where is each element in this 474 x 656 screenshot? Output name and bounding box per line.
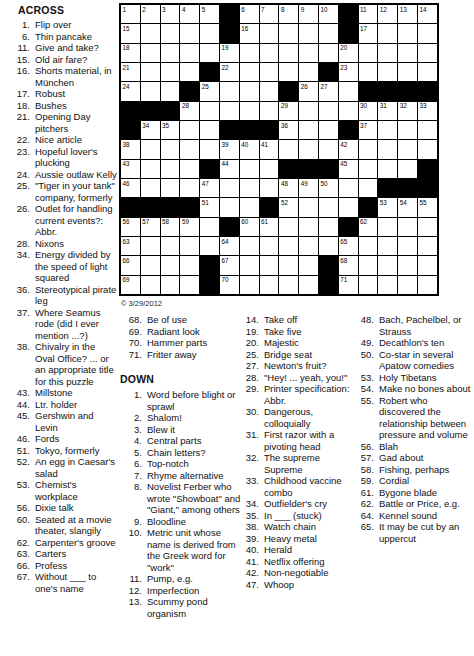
grid-cell-r10c13[interactable] xyxy=(359,179,378,197)
grid-cell-r9c2[interactable] xyxy=(141,160,160,178)
grid-cell-r6c1-black xyxy=(121,102,140,120)
grid-cell-r5c3[interactable] xyxy=(161,82,180,100)
grid-cell-r4c14[interactable] xyxy=(378,63,397,81)
grid-cell-r14c10[interactable] xyxy=(299,256,318,274)
clue-number: 7. xyxy=(120,470,142,482)
grid-cell-r13c10[interactable] xyxy=(299,237,318,255)
grid-cell-r2c8[interactable] xyxy=(260,24,279,42)
clue-text: Opening Day pitchers xyxy=(35,111,117,134)
grid-cell-r5c13-black xyxy=(359,82,378,100)
clue-number: 22. xyxy=(6,134,30,146)
clue-down-20: 20.Majestic xyxy=(243,337,361,349)
clue-number: 62. xyxy=(6,537,30,549)
grid-cell-r12c4[interactable]: 59 xyxy=(180,218,199,236)
grid-cell-r3c16[interactable] xyxy=(418,44,437,62)
grid-cell-r10c5[interactable]: 47 xyxy=(200,179,219,197)
grid-cell-r9c6[interactable]: 44 xyxy=(220,160,239,178)
grid-cell-r5c11[interactable]: 27 xyxy=(319,82,338,100)
grid-cell-r6c11[interactable] xyxy=(319,102,338,120)
clue-across-63: 63.Carters xyxy=(6,548,118,560)
clue-text: Flip over xyxy=(35,19,117,31)
clue-down-61: 61.Bygone blade xyxy=(359,487,473,499)
clue-down-35: 35.In ___ (stuck) xyxy=(243,510,361,522)
grid-cell-r2c16[interactable] xyxy=(418,24,437,42)
grid-cell-r12c11[interactable] xyxy=(319,218,338,236)
grid-cell-r6c12[interactable] xyxy=(339,102,358,120)
grid-cell-r2c9[interactable] xyxy=(279,24,298,42)
grid-cell-r3c2[interactable] xyxy=(141,44,160,62)
clue-text: Bach, Pachelbel, or Strauss xyxy=(379,314,472,337)
clue-down-49: 49.Decathlon's ten xyxy=(359,337,473,349)
grid-cell-r6c6[interactable] xyxy=(220,102,239,120)
grid-cell-r6c13[interactable]: 30 xyxy=(359,102,378,120)
clue-text: First razor with a pivoting head xyxy=(264,429,359,452)
cell-number: 62 xyxy=(360,218,367,225)
grid-cell-r13c3[interactable] xyxy=(161,237,180,255)
clue-number: 19. xyxy=(243,326,259,338)
clue-down-48: 48.Bach, Pachelbel, or Strauss xyxy=(359,314,473,337)
grid-cell-r1c14[interactable]: 12 xyxy=(378,5,397,23)
clue-number: 24. xyxy=(6,169,30,181)
across-clues-column: ACROSS 1.Flip over6.Thin pancake11.Give … xyxy=(6,4,118,594)
clue-down-5: 5.Chain letters? xyxy=(120,447,244,459)
clue-down-7: 7.Rhyme alternative xyxy=(120,470,244,482)
grid-cell-r15c15[interactable] xyxy=(398,276,417,294)
grid-cell-r3c6[interactable]: 19 xyxy=(220,44,239,62)
clue-down-58: 58.Fishing, perhaps xyxy=(359,464,473,476)
grid-cell-r4c15[interactable] xyxy=(398,63,417,81)
grid-cell-r9c9-black xyxy=(279,160,298,178)
grid-cell-r14c3[interactable] xyxy=(161,256,180,274)
cell-number: 8 xyxy=(281,6,285,13)
grid-cell-r1c10[interactable]: 9 xyxy=(299,5,318,23)
grid-cell-r4c13[interactable] xyxy=(359,63,378,81)
grid-cell-r14c6[interactable]: 67 xyxy=(220,256,239,274)
clue-text: Fords xyxy=(35,433,117,445)
grid-cell-r15c8[interactable] xyxy=(260,276,279,294)
grid-cell-r9c14[interactable] xyxy=(378,160,397,178)
grid-cell-r12c13[interactable]: 62 xyxy=(359,218,378,236)
clue-across-66: 66.Profess xyxy=(6,560,118,572)
clue-number: 20. xyxy=(243,337,259,349)
grid-cell-r9c8[interactable] xyxy=(260,160,279,178)
clue-text: "Tiger in your tank" company, formerly xyxy=(35,180,117,203)
clue-number: 64. xyxy=(359,510,374,522)
grid-cell-r13c6[interactable]: 64 xyxy=(220,237,239,255)
grid-cell-r9c13[interactable] xyxy=(359,160,378,178)
grid-cell-r10c9[interactable]: 48 xyxy=(279,179,298,197)
grid-cell-r8c13[interactable] xyxy=(359,140,378,158)
clue-down-57: 57.Gad about xyxy=(359,452,473,464)
grid-cell-r15c7[interactable] xyxy=(240,276,259,294)
grid-cell-r2c14[interactable] xyxy=(378,24,397,42)
grid-cell-r8c14[interactable] xyxy=(378,140,397,158)
grid-cell-r3c9[interactable] xyxy=(279,44,298,62)
grid-cell-r7c5[interactable] xyxy=(200,121,219,139)
grid-cell-r4c1[interactable]: 21 xyxy=(121,63,140,81)
clue-number: 9. xyxy=(120,516,142,528)
grid-cell-r5c5[interactable]: 25 xyxy=(200,82,219,100)
grid-cell-r12c7[interactable]: 60 xyxy=(240,218,259,236)
clue-number: 56. xyxy=(6,502,30,514)
grid-cell-r13c12[interactable]: 65 xyxy=(339,237,358,255)
down-clue-list: 1.Word before blight or sprawl2.Shalom!3… xyxy=(120,389,244,619)
grid-cell-r2c1[interactable]: 15 xyxy=(121,24,140,42)
clue-text: Holy Tibetans xyxy=(379,372,472,384)
grid-cell-r6c8[interactable] xyxy=(260,102,279,120)
grid-cell-r10c6[interactable] xyxy=(220,179,239,197)
grid-cell-r12c3[interactable]: 58 xyxy=(161,218,180,236)
grid-cell-r11c6[interactable] xyxy=(220,198,239,216)
grid-cell-r4c8[interactable] xyxy=(260,63,279,81)
cell-number: 19 xyxy=(221,44,228,51)
grid-cell-r2c5[interactable] xyxy=(200,24,219,42)
grid-cell-r7c13[interactable]: 37 xyxy=(359,121,378,139)
grid-cell-r13c14[interactable] xyxy=(378,237,397,255)
clue-number: 37. xyxy=(6,307,30,342)
grid-cell-r4c16[interactable] xyxy=(418,63,437,81)
cell-number: 45 xyxy=(340,160,347,167)
grid-cell-r15c12[interactable]: 71 xyxy=(339,276,358,294)
clue-text: Bushes xyxy=(35,100,117,112)
clue-number: 6. xyxy=(6,31,30,43)
grid-cell-r10c2[interactable] xyxy=(141,179,160,197)
grid-cell-r13c11[interactable] xyxy=(319,237,338,255)
grid-cell-r4c2[interactable] xyxy=(141,63,160,81)
grid-cell-r1c3[interactable]: 3 xyxy=(161,5,180,23)
grid-cell-r14c13[interactable] xyxy=(359,256,378,274)
cell-number: 41 xyxy=(261,141,268,148)
grid-cell-r5c10[interactable]: 26 xyxy=(299,82,318,100)
grid-cell-r6c9[interactable]: 29 xyxy=(279,102,298,120)
grid-cell-r5c12[interactable] xyxy=(339,82,358,100)
clue-down-12: 12.Imperfection xyxy=(120,585,244,597)
grid-cell-r12c5[interactable] xyxy=(200,218,219,236)
grid-cell-r7c3[interactable]: 35 xyxy=(161,121,180,139)
grid-cell-r9c4[interactable] xyxy=(180,160,199,178)
clue-down-14: 14.Take off xyxy=(243,314,361,326)
grid-cell-r8c12[interactable]: 42 xyxy=(339,140,358,158)
clue-number: 53. xyxy=(6,479,30,502)
grid-cell-r6c15[interactable]: 32 xyxy=(398,102,417,120)
grid-cell-r11c14[interactable]: 53 xyxy=(378,198,397,216)
grid-cell-r14c9[interactable] xyxy=(279,256,298,274)
grid-cell-r5c6[interactable] xyxy=(220,82,239,100)
grid-cell-r8c11[interactable] xyxy=(319,140,338,158)
grid-cell-r3c15[interactable] xyxy=(398,44,417,62)
grid-cell-r11c12[interactable] xyxy=(339,198,358,216)
grid-cell-r12c2[interactable]: 57 xyxy=(141,218,160,236)
grid-cell-r7c14[interactable] xyxy=(378,121,397,139)
clue-text: Printer specification: Abbr. xyxy=(264,383,359,406)
grid-cell-r2c15[interactable] xyxy=(398,24,417,42)
grid-cell-r15c6[interactable]: 70 xyxy=(220,276,239,294)
grid-cell-r12c1[interactable]: 56 xyxy=(121,218,140,236)
clue-number: 67. xyxy=(6,571,30,594)
grid-cell-r8c8[interactable]: 41 xyxy=(260,140,279,158)
clue-across-22: 22.Nice article xyxy=(6,134,118,146)
grid-cell-r4c3[interactable] xyxy=(161,63,180,81)
cell-number: 13 xyxy=(400,6,407,13)
clue-text: Co-star in several Apatow comedies xyxy=(379,349,472,372)
grid-cell-r9c15[interactable] xyxy=(398,160,417,178)
grid-cell-r1c2[interactable]: 2 xyxy=(141,5,160,23)
grid-cell-r3c1[interactable]: 18 xyxy=(121,44,140,62)
grid-cell-r6c16[interactable]: 33 xyxy=(418,102,437,120)
grid-cell-r4c9[interactable] xyxy=(279,63,298,81)
grid-cell-r9c12[interactable]: 45 xyxy=(339,160,358,178)
grid-cell-r14c2[interactable] xyxy=(141,256,160,274)
clue-down-10: 10.Metric unit whose name is derived fro… xyxy=(120,527,244,573)
grid-cell-r4c10[interactable] xyxy=(299,63,318,81)
grid-cell-r15c2[interactable] xyxy=(141,276,160,294)
clue-text: Take five xyxy=(264,326,359,338)
grid-cell-r8c6[interactable]: 39 xyxy=(220,140,239,158)
grid-cell-r3c13[interactable] xyxy=(359,44,378,62)
clue-number: 34. xyxy=(243,498,259,510)
grid-cell-r3c8[interactable] xyxy=(260,44,279,62)
clue-number: 25. xyxy=(243,349,259,361)
grid-cell-r13c9[interactable] xyxy=(279,237,298,255)
grid-cell-r12c9[interactable] xyxy=(279,218,298,236)
cell-number: 53 xyxy=(380,199,387,206)
clue-down-38: 38.Watch chain xyxy=(243,521,361,533)
grid-cell-r14c1[interactable]: 66 xyxy=(121,256,140,274)
cell-number: 60 xyxy=(241,218,248,225)
grid-cell-r1c16[interactable]: 14 xyxy=(418,5,437,23)
grid-cell-r8c15[interactable] xyxy=(398,140,417,158)
grid-cell-r11c5[interactable]: 51 xyxy=(200,198,219,216)
clue-text: Bloodline xyxy=(147,516,242,528)
grid-cell-r13c13[interactable] xyxy=(359,237,378,255)
copyright-note: © 3/29/2012 xyxy=(121,299,162,308)
clue-text: Aussie outlaw Kelly xyxy=(35,169,117,181)
clue-number: 70. xyxy=(120,337,142,349)
clue-number: 61. xyxy=(359,487,374,499)
grid-cell-r3c7[interactable] xyxy=(240,44,259,62)
grid-cell-r9c3[interactable] xyxy=(161,160,180,178)
grid-cell-r10c10[interactable]: 49 xyxy=(299,179,318,197)
grid-cell-r6c14[interactable]: 31 xyxy=(378,102,397,120)
grid-cell-r13c15[interactable] xyxy=(398,237,417,255)
grid-cell-r12c14[interactable] xyxy=(378,218,397,236)
grid-cell-r11c7[interactable] xyxy=(240,198,259,216)
grid-cell-r10c8[interactable] xyxy=(260,179,279,197)
grid-cell-r3c11[interactable] xyxy=(319,44,338,62)
grid-cell-r3c10[interactable] xyxy=(299,44,318,62)
grid-cell-r11c9[interactable]: 52 xyxy=(279,198,298,216)
grid-cell-r4c7[interactable] xyxy=(240,63,259,81)
grid-cell-r14c8[interactable] xyxy=(260,256,279,274)
grid-cell-r8c2[interactable] xyxy=(141,140,160,158)
grid-cell-r1c8[interactable]: 7 xyxy=(260,5,279,23)
grid-cell-r6c5[interactable] xyxy=(200,102,219,120)
grid-cell-r14c4[interactable] xyxy=(180,256,199,274)
grid-cell-r8c16[interactable] xyxy=(418,140,437,158)
grid-cell-r5c1[interactable]: 24 xyxy=(121,82,140,100)
clue-number: 18. xyxy=(6,100,30,112)
grid-cell-r3c3[interactable] xyxy=(161,44,180,62)
grid-cell-r4c4[interactable] xyxy=(180,63,199,81)
grid-cell-r6c10[interactable] xyxy=(299,102,318,120)
clue-text: Pump, e.g. xyxy=(147,573,242,585)
grid-cell-r7c4[interactable] xyxy=(180,121,199,139)
grid-cell-r8c5[interactable] xyxy=(200,140,219,158)
grid-cell-r11c11[interactable] xyxy=(319,198,338,216)
grid-cell-r4c6[interactable]: 22 xyxy=(220,63,239,81)
clue-text: Take off xyxy=(264,314,359,326)
grid-cell-r15c13[interactable] xyxy=(359,276,378,294)
grid-cell-r1c5[interactable]: 5 xyxy=(200,5,219,23)
grid-cell-r13c4[interactable] xyxy=(180,237,199,255)
grid-cell-r15c9[interactable] xyxy=(279,276,298,294)
grid-cell-r13c2[interactable] xyxy=(141,237,160,255)
cell-number: 32 xyxy=(400,102,407,109)
grid-cell-r1c9[interactable]: 8 xyxy=(279,5,298,23)
grid-cell-r1c15[interactable]: 13 xyxy=(398,5,417,23)
grid-cell-r8c10[interactable] xyxy=(299,140,318,158)
clue-down-4: 4.Central parts xyxy=(120,435,244,447)
clue-text: Robert who discovered the relationship b… xyxy=(379,395,472,441)
grid-cell-r11c10[interactable] xyxy=(299,198,318,216)
grid-cell-r14c7[interactable] xyxy=(240,256,259,274)
grid-cell-r13c8[interactable] xyxy=(260,237,279,255)
grid-cell-r1c7[interactable]: 6 xyxy=(240,5,259,23)
grid-cell-r10c1[interactable]: 46 xyxy=(121,179,140,197)
grid-cell-r10c4[interactable] xyxy=(180,179,199,197)
grid-cell-r2c12-black xyxy=(339,24,358,42)
clue-down-55: 55.Robert who discovered the relationshi… xyxy=(359,395,473,441)
clue-across-18: 18.Bushes xyxy=(6,100,118,112)
grid-cell-r6c4[interactable]: 28 xyxy=(180,102,199,120)
clue-text: Make no bones about xyxy=(379,383,472,395)
grid-cell-r6c7[interactable] xyxy=(240,102,259,120)
grid-cell-r3c5[interactable] xyxy=(200,44,219,62)
grid-cell-r15c14[interactable] xyxy=(378,276,397,294)
grid-cell-r14c12[interactable]: 68 xyxy=(339,256,358,274)
grid-cell-r6c2-black xyxy=(141,102,160,120)
clue-number: 25. xyxy=(6,180,30,203)
grid-cell-r7c9[interactable]: 36 xyxy=(279,121,298,139)
clue-text: Blah xyxy=(379,441,472,453)
down-clue-list-continued-2: 48.Bach, Pachelbel, or Strauss49.Decathl… xyxy=(359,314,473,544)
grid-cell-r1c13[interactable]: 11 xyxy=(359,5,378,23)
grid-cell-r1c4[interactable]: 4 xyxy=(180,5,199,23)
grid-cell-r8c1[interactable]: 38 xyxy=(121,140,140,158)
grid-cell-r15c1[interactable]: 69 xyxy=(121,276,140,294)
grid-cell-r2c10[interactable] xyxy=(299,24,318,42)
cell-number: 50 xyxy=(320,180,327,187)
grid-cell-r10c7[interactable] xyxy=(240,179,259,197)
grid-cell-r13c5[interactable] xyxy=(200,237,219,255)
grid-cell-r7c16[interactable] xyxy=(418,121,437,139)
grid-cell-r3c12[interactable]: 20 xyxy=(339,44,358,62)
clue-number: 43. xyxy=(6,387,30,399)
grid-cell-r2c7[interactable]: 16 xyxy=(240,24,259,42)
grid-cell-r7c15[interactable] xyxy=(398,121,417,139)
grid-cell-r15c4[interactable] xyxy=(180,276,199,294)
clue-down-13: 13.Scummy pond organism xyxy=(120,596,244,619)
grid-cell-r9c1[interactable]: 43 xyxy=(121,160,140,178)
grid-cell-r10c3[interactable] xyxy=(161,179,180,197)
grid-cell-r1c11[interactable]: 10 xyxy=(319,5,338,23)
grid-cell-r14c16[interactable] xyxy=(418,256,437,274)
grid-cell-r3c4[interactable] xyxy=(180,44,199,62)
cell-number: 31 xyxy=(380,102,387,109)
grid-cell-r5c2[interactable] xyxy=(141,82,160,100)
grid-cell-r8c4[interactable] xyxy=(180,140,199,158)
grid-cell-r13c7[interactable] xyxy=(240,237,259,255)
grid-cell-r11c15[interactable]: 54 xyxy=(398,198,417,216)
clue-text: Without ___ to one's name xyxy=(35,571,117,594)
grid-cell-r4c12[interactable]: 23 xyxy=(339,63,358,81)
cell-number: 65 xyxy=(340,238,347,245)
clue-number: 39. xyxy=(243,533,259,545)
grid-cell-r8c9[interactable] xyxy=(279,140,298,158)
grid-cell-r7c11[interactable] xyxy=(319,121,338,139)
cell-number: 4 xyxy=(182,6,186,13)
clue-number: 47. xyxy=(243,579,259,591)
grid-cell-r2c11[interactable] xyxy=(319,24,338,42)
grid-cell-r2c4[interactable] xyxy=(180,24,199,42)
grid-cell-r12c15[interactable] xyxy=(398,218,417,236)
grid-cell-r1c1[interactable]: 1 xyxy=(121,5,140,23)
clue-number: 71. xyxy=(120,349,142,361)
clue-text: Thin pancake xyxy=(35,31,117,43)
clue-across-45: 45.Gershwin and Levin xyxy=(6,410,118,433)
clue-across-51: 51.Tokyo, formerly xyxy=(6,445,118,457)
clue-across-68: 68.Be of use xyxy=(120,314,244,326)
grid-cell-r5c7[interactable] xyxy=(240,82,259,100)
clue-number: 33. xyxy=(243,475,259,498)
grid-cell-r2c13[interactable]: 17 xyxy=(359,24,378,42)
grid-cell-r10c11[interactable]: 50 xyxy=(319,179,338,197)
clue-across-28: 28.Nixons xyxy=(6,238,118,250)
grid-cell-r5c8[interactable] xyxy=(260,82,279,100)
clue-number: 36. xyxy=(6,284,30,307)
grid-cell-r8c7[interactable]: 40 xyxy=(240,140,259,158)
grid-cell-r13c1[interactable]: 63 xyxy=(121,237,140,255)
cell-number: 20 xyxy=(340,44,347,51)
grid-cell-r14c14[interactable] xyxy=(378,256,397,274)
grid-cell-r11c13-black xyxy=(359,198,378,216)
cell-number: 10 xyxy=(320,6,327,13)
grid-cell-r10c12[interactable] xyxy=(339,179,358,197)
grid-cell-r12c16[interactable] xyxy=(418,218,437,236)
grid-cell-r7c2[interactable]: 34 xyxy=(141,121,160,139)
grid-cell-r2c2[interactable] xyxy=(141,24,160,42)
cell-number: 63 xyxy=(123,238,130,245)
grid-cell-r15c16[interactable] xyxy=(418,276,437,294)
grid-cell-r12c10[interactable] xyxy=(299,218,318,236)
cell-number: 44 xyxy=(221,160,228,167)
grid-cell-r15c3[interactable] xyxy=(161,276,180,294)
grid-cell-r13c16[interactable] xyxy=(418,237,437,255)
grid-cell-r14c15[interactable] xyxy=(398,256,417,274)
grid-cell-r3c14[interactable] xyxy=(378,44,397,62)
clue-number: 49. xyxy=(359,337,374,349)
grid-cell-r9c7[interactable] xyxy=(240,160,259,178)
clue-across-15: 15.Old air fare? xyxy=(6,54,118,66)
clue-text: Profess xyxy=(35,560,117,572)
clue-number: 45. xyxy=(6,410,30,433)
grid-cell-r15c10[interactable] xyxy=(299,276,318,294)
grid-cell-r11c16[interactable]: 55 xyxy=(418,198,437,216)
grid-cell-r12c8[interactable]: 61 xyxy=(260,218,279,236)
grid-cell-r2c3[interactable] xyxy=(161,24,180,42)
grid-cell-r7c10[interactable] xyxy=(299,121,318,139)
grid-cell-r8c3[interactable] xyxy=(161,140,180,158)
